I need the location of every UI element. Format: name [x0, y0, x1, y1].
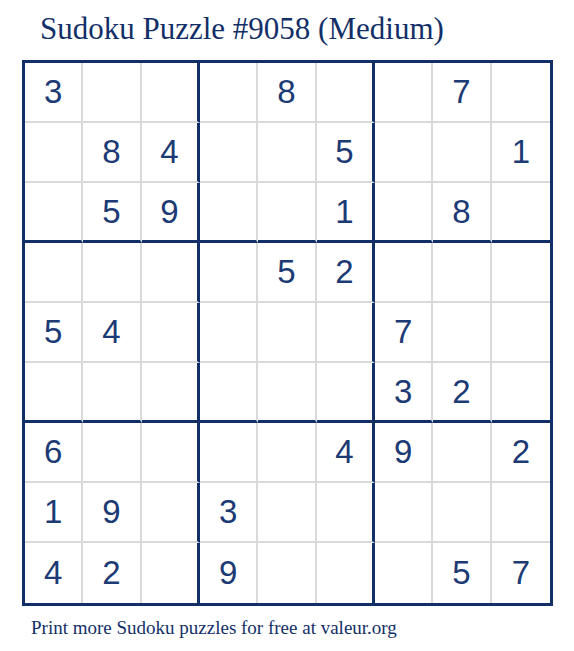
cell-r2c5[interactable] [258, 123, 316, 183]
cell-r8c8[interactable] [433, 483, 491, 543]
cell-r1c7[interactable] [375, 63, 433, 123]
cell-r2c3[interactable]: 4 [142, 123, 200, 183]
cell-r9c6[interactable] [317, 543, 375, 603]
cell-r2c9[interactable]: 1 [492, 123, 550, 183]
cell-r9c3[interactable] [142, 543, 200, 603]
cell-r8c7[interactable] [375, 483, 433, 543]
cell-r6c5[interactable] [258, 363, 316, 423]
cell-r6c3[interactable] [142, 363, 200, 423]
cell-r4c5[interactable]: 5 [258, 243, 316, 303]
cell-r4c8[interactable] [433, 243, 491, 303]
cell-r5c6[interactable] [317, 303, 375, 363]
cell-r9c4[interactable]: 9 [200, 543, 258, 603]
cell-r9c8[interactable]: 5 [433, 543, 491, 603]
cell-r6c2[interactable] [83, 363, 141, 423]
cell-r1c1[interactable]: 3 [25, 63, 83, 123]
cell-r6c8[interactable]: 2 [433, 363, 491, 423]
cell-r1c9[interactable] [492, 63, 550, 123]
cell-r5c7[interactable]: 7 [375, 303, 433, 363]
cell-r5c9[interactable] [492, 303, 550, 363]
cell-r5c4[interactable] [200, 303, 258, 363]
cell-r3c2[interactable]: 5 [83, 183, 141, 243]
page: Sudoku Puzzle #9058 (Medium) 38784515918… [0, 0, 574, 651]
sudoku-board: 387845159185254732649219342957 [22, 60, 553, 606]
cell-r2c6[interactable]: 5 [317, 123, 375, 183]
cell-r3c1[interactable] [25, 183, 83, 243]
cell-r2c4[interactable] [200, 123, 258, 183]
cell-r4c3[interactable] [142, 243, 200, 303]
cell-r6c7[interactable]: 3 [375, 363, 433, 423]
cell-r4c4[interactable] [200, 243, 258, 303]
cell-r2c1[interactable] [25, 123, 83, 183]
cell-r8c5[interactable] [258, 483, 316, 543]
cell-r3c8[interactable]: 8 [433, 183, 491, 243]
cell-r1c5[interactable]: 8 [258, 63, 316, 123]
cell-r4c2[interactable] [83, 243, 141, 303]
cell-r2c2[interactable]: 8 [83, 123, 141, 183]
cell-r7c5[interactable] [258, 423, 316, 483]
cell-r8c1[interactable]: 1 [25, 483, 83, 543]
cell-r1c8[interactable]: 7 [433, 63, 491, 123]
cell-r7c4[interactable] [200, 423, 258, 483]
cell-r4c7[interactable] [375, 243, 433, 303]
cell-r9c2[interactable]: 2 [83, 543, 141, 603]
cell-r9c9[interactable]: 7 [492, 543, 550, 603]
cell-r9c5[interactable] [258, 543, 316, 603]
cell-r3c3[interactable]: 9 [142, 183, 200, 243]
cell-r9c7[interactable] [375, 543, 433, 603]
cell-r6c6[interactable] [317, 363, 375, 423]
cell-r3c4[interactable] [200, 183, 258, 243]
cell-r8c4[interactable]: 3 [200, 483, 258, 543]
cell-r4c1[interactable] [25, 243, 83, 303]
cell-r8c9[interactable] [492, 483, 550, 543]
cell-r5c1[interactable]: 5 [25, 303, 83, 363]
footer-text: Print more Sudoku puzzles for free at va… [31, 617, 397, 639]
cell-r7c8[interactable] [433, 423, 491, 483]
cell-r6c9[interactable] [492, 363, 550, 423]
cell-r7c9[interactable]: 2 [492, 423, 550, 483]
cell-r7c1[interactable]: 6 [25, 423, 83, 483]
cell-r7c7[interactable]: 9 [375, 423, 433, 483]
page-title: Sudoku Puzzle #9058 (Medium) [40, 10, 444, 48]
cell-r2c7[interactable] [375, 123, 433, 183]
cell-r4c6[interactable]: 2 [317, 243, 375, 303]
cell-r6c4[interactable] [200, 363, 258, 423]
cell-r1c3[interactable] [142, 63, 200, 123]
cell-r7c2[interactable] [83, 423, 141, 483]
cell-r7c3[interactable] [142, 423, 200, 483]
cell-r1c6[interactable] [317, 63, 375, 123]
cell-r3c5[interactable] [258, 183, 316, 243]
cell-r2c8[interactable] [433, 123, 491, 183]
cell-r8c2[interactable]: 9 [83, 483, 141, 543]
cell-r4c9[interactable] [492, 243, 550, 303]
cell-r5c3[interactable] [142, 303, 200, 363]
cell-r5c2[interactable]: 4 [83, 303, 141, 363]
cell-r1c4[interactable] [200, 63, 258, 123]
cell-r9c1[interactable]: 4 [25, 543, 83, 603]
cell-r7c6[interactable]: 4 [317, 423, 375, 483]
cell-r5c5[interactable] [258, 303, 316, 363]
cell-r6c1[interactable] [25, 363, 83, 423]
cell-r8c6[interactable] [317, 483, 375, 543]
cell-r3c9[interactable] [492, 183, 550, 243]
cell-r3c7[interactable] [375, 183, 433, 243]
cell-r5c8[interactable] [433, 303, 491, 363]
cell-r1c2[interactable] [83, 63, 141, 123]
cell-r3c6[interactable]: 1 [317, 183, 375, 243]
cell-r8c3[interactable] [142, 483, 200, 543]
